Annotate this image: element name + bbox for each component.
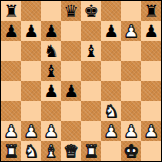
square-g2[interactable]: ♟ xyxy=(121,121,141,141)
black-pawn-icon: ♟ xyxy=(103,21,118,41)
square-c8[interactable] xyxy=(41,1,61,21)
black-bishop-icon: ♝ xyxy=(43,61,58,81)
square-g8[interactable] xyxy=(121,1,141,21)
square-f6[interactable] xyxy=(101,41,121,61)
white-pawn-icon: ♟ xyxy=(3,121,18,141)
square-b7[interactable]: ♟ xyxy=(21,21,41,41)
chess-board-frame: ♜♛♚♜♟♟♟♟♟♟♞♝♝♟♟♞♟♟♟♟♟♟♜♞♝♛♜♚ xyxy=(0,0,162,162)
black-pawn-icon: ♟ xyxy=(43,81,58,101)
square-b3[interactable] xyxy=(21,101,41,121)
square-c4[interactable]: ♟ xyxy=(41,81,61,101)
white-king-icon: ♚ xyxy=(123,141,138,161)
black-pawn-icon: ♟ xyxy=(23,21,38,41)
square-b1[interactable]: ♞ xyxy=(21,141,41,161)
square-d7[interactable] xyxy=(61,21,81,41)
square-d4[interactable]: ♟ xyxy=(61,81,81,101)
black-pawn-icon: ♟ xyxy=(143,21,158,41)
square-a4[interactable] xyxy=(1,81,21,101)
white-pawn-icon: ♟ xyxy=(143,121,158,141)
black-pawn-icon: ♟ xyxy=(63,81,78,101)
square-b6[interactable] xyxy=(21,41,41,61)
square-f4[interactable] xyxy=(101,81,121,101)
white-pawn-icon: ♟ xyxy=(23,121,38,141)
square-h2[interactable]: ♟ xyxy=(141,121,161,141)
square-a5[interactable] xyxy=(1,61,21,81)
white-pawn-icon: ♟ xyxy=(103,121,118,141)
white-bishop-icon: ♝ xyxy=(43,141,58,161)
square-a1[interactable]: ♜ xyxy=(1,141,21,161)
black-king-icon: ♚ xyxy=(83,1,98,21)
square-g6[interactable] xyxy=(121,41,141,61)
square-d8[interactable]: ♛ xyxy=(61,1,81,21)
square-c7[interactable]: ♟ xyxy=(41,21,61,41)
black-rook-icon: ♜ xyxy=(3,1,18,21)
square-h5[interactable] xyxy=(141,61,161,81)
black-knight-icon: ♞ xyxy=(43,41,58,61)
white-pawn-icon: ♟ xyxy=(123,21,138,41)
square-d3[interactable] xyxy=(61,101,81,121)
square-c2[interactable]: ♟ xyxy=(41,121,61,141)
square-f1[interactable] xyxy=(101,141,121,161)
square-d5[interactable] xyxy=(61,61,81,81)
square-f7[interactable]: ♟ xyxy=(101,21,121,41)
square-d1[interactable]: ♛ xyxy=(61,141,81,161)
square-b8[interactable] xyxy=(21,1,41,21)
square-h6[interactable] xyxy=(141,41,161,61)
black-bishop-icon: ♝ xyxy=(83,41,98,61)
square-h8[interactable]: ♜ xyxy=(141,1,161,21)
square-f5[interactable] xyxy=(101,61,121,81)
black-rook-icon: ♜ xyxy=(143,1,158,21)
chess-board: ♜♛♚♜♟♟♟♟♟♟♞♝♝♟♟♞♟♟♟♟♟♟♜♞♝♛♜♚ xyxy=(1,1,161,161)
square-d6[interactable] xyxy=(61,41,81,61)
square-a2[interactable]: ♟ xyxy=(1,121,21,141)
square-c3[interactable] xyxy=(41,101,61,121)
square-g4[interactable] xyxy=(121,81,141,101)
square-f3[interactable]: ♞ xyxy=(101,101,121,121)
square-f2[interactable]: ♟ xyxy=(101,121,121,141)
square-c1[interactable]: ♝ xyxy=(41,141,61,161)
square-e5[interactable] xyxy=(81,61,101,81)
black-pawn-icon: ♟ xyxy=(3,21,18,41)
square-e7[interactable] xyxy=(81,21,101,41)
square-h1[interactable] xyxy=(141,141,161,161)
square-c6[interactable]: ♞ xyxy=(41,41,61,61)
white-rook-icon: ♜ xyxy=(83,141,98,161)
square-h3[interactable] xyxy=(141,101,161,121)
square-e2[interactable] xyxy=(81,121,101,141)
white-pawn-icon: ♟ xyxy=(43,121,58,141)
square-b2[interactable]: ♟ xyxy=(21,121,41,141)
square-e4[interactable] xyxy=(81,81,101,101)
black-queen-icon: ♛ xyxy=(63,1,78,21)
square-e6[interactable]: ♝ xyxy=(81,41,101,61)
square-g5[interactable] xyxy=(121,61,141,81)
square-b4[interactable] xyxy=(21,81,41,101)
square-f8[interactable] xyxy=(101,1,121,21)
square-c5[interactable]: ♝ xyxy=(41,61,61,81)
square-g1[interactable]: ♚ xyxy=(121,141,141,161)
white-knight-icon: ♞ xyxy=(23,141,38,161)
square-g3[interactable] xyxy=(121,101,141,121)
square-h7[interactable]: ♟ xyxy=(141,21,161,41)
square-a8[interactable]: ♜ xyxy=(1,1,21,21)
white-queen-icon: ♛ xyxy=(63,141,78,161)
white-rook-icon: ♜ xyxy=(3,141,18,161)
square-h4[interactable] xyxy=(141,81,161,101)
square-e3[interactable] xyxy=(81,101,101,121)
square-e8[interactable]: ♚ xyxy=(81,1,101,21)
white-pawn-icon: ♟ xyxy=(123,121,138,141)
white-knight-icon: ♞ xyxy=(103,101,118,121)
square-a6[interactable] xyxy=(1,41,21,61)
square-d2[interactable] xyxy=(61,121,81,141)
square-e1[interactable]: ♜ xyxy=(81,141,101,161)
square-b5[interactable] xyxy=(21,61,41,81)
square-a3[interactable] xyxy=(1,101,21,121)
black-pawn-icon: ♟ xyxy=(43,21,58,41)
square-g7[interactable]: ♟ xyxy=(121,21,141,41)
square-a7[interactable]: ♟ xyxy=(1,21,21,41)
